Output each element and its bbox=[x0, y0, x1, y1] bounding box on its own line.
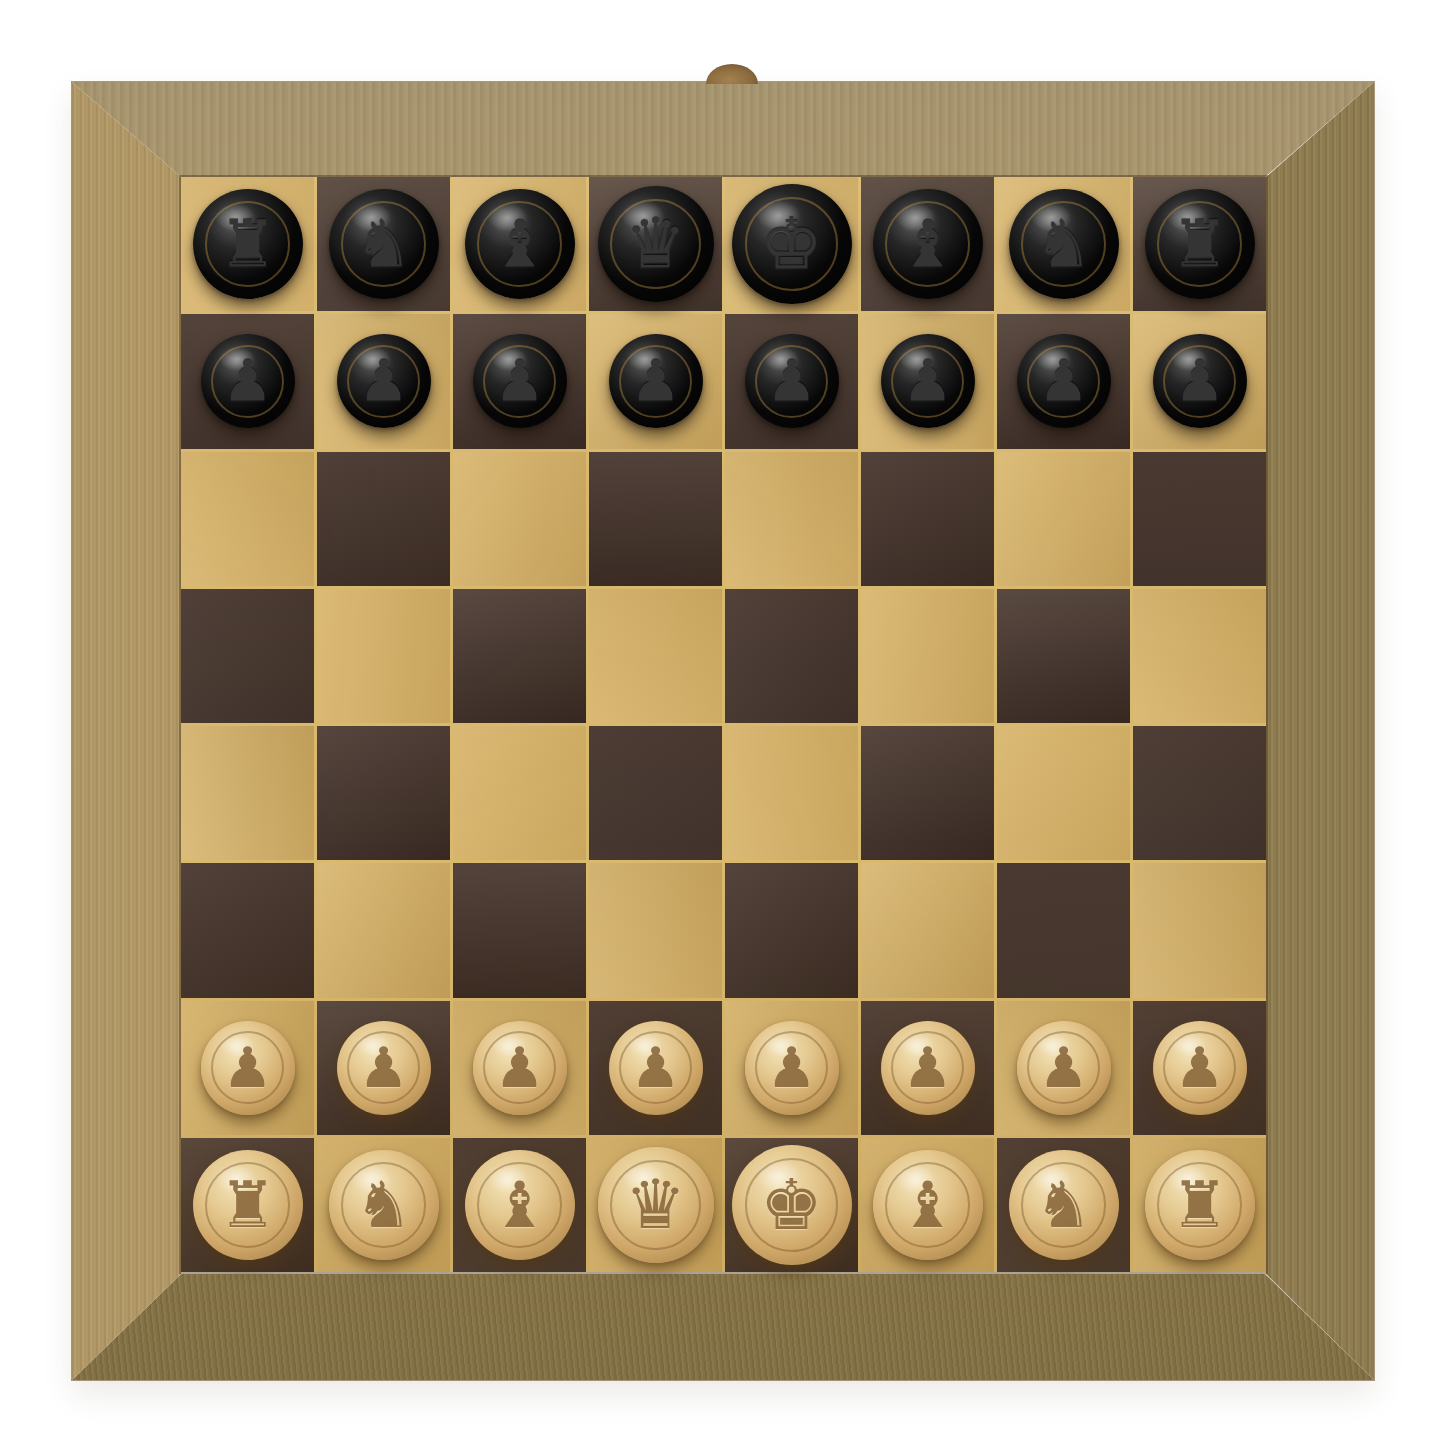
piece-white-knight[interactable]: ♞ bbox=[1009, 1150, 1119, 1260]
piece-white-pawn[interactable]: ♟ bbox=[337, 1021, 431, 1115]
square-c4[interactable] bbox=[453, 726, 586, 860]
square-e3[interactable] bbox=[725, 863, 858, 997]
square-b3[interactable] bbox=[317, 863, 450, 997]
square-f7[interactable]: ♟ bbox=[861, 314, 994, 448]
square-b2[interactable]: ♟ bbox=[317, 1001, 450, 1135]
pawn-glyph: ♟ bbox=[1038, 1040, 1088, 1096]
square-b4[interactable] bbox=[317, 726, 450, 860]
rook-glyph: ♜ bbox=[1171, 1173, 1228, 1237]
square-e5[interactable] bbox=[725, 589, 858, 723]
piece-black-pawn[interactable]: ♟ bbox=[1017, 334, 1111, 428]
pawn-glyph: ♟ bbox=[630, 1040, 680, 1096]
bishop-glyph: ♝ bbox=[491, 212, 548, 276]
piece-white-pawn[interactable]: ♟ bbox=[745, 1021, 839, 1115]
square-g3[interactable] bbox=[997, 863, 1130, 997]
piece-black-king[interactable]: ♚ bbox=[732, 184, 852, 304]
piece-black-rook[interactable]: ♜ bbox=[1145, 189, 1255, 299]
piece-white-pawn[interactable]: ♟ bbox=[881, 1021, 975, 1115]
square-f4[interactable] bbox=[861, 726, 994, 860]
square-h5[interactable] bbox=[1133, 589, 1266, 723]
square-c2[interactable]: ♟ bbox=[453, 1001, 586, 1135]
square-e4[interactable] bbox=[725, 726, 858, 860]
king-glyph: ♚ bbox=[760, 209, 823, 279]
piece-black-knight[interactable]: ♞ bbox=[329, 189, 439, 299]
bishop-glyph: ♝ bbox=[491, 1173, 548, 1237]
knight-glyph: ♞ bbox=[1035, 212, 1092, 276]
square-a6[interactable] bbox=[181, 452, 314, 586]
piece-black-pawn[interactable]: ♟ bbox=[473, 334, 567, 428]
square-a7[interactable]: ♟ bbox=[181, 314, 314, 448]
square-c6[interactable] bbox=[453, 452, 586, 586]
knight-glyph: ♞ bbox=[355, 1173, 412, 1237]
square-f8[interactable]: ♝ bbox=[861, 177, 994, 311]
pawn-glyph: ♟ bbox=[766, 1040, 816, 1096]
piece-black-pawn[interactable]: ♟ bbox=[881, 334, 975, 428]
queen-glyph: ♛ bbox=[625, 210, 686, 278]
square-h3[interactable] bbox=[1133, 863, 1266, 997]
piece-white-pawn[interactable]: ♟ bbox=[201, 1021, 295, 1115]
square-g7[interactable]: ♟ bbox=[997, 314, 1130, 448]
pawn-glyph: ♟ bbox=[1038, 353, 1088, 409]
pawn-glyph: ♟ bbox=[222, 353, 272, 409]
square-e7[interactable]: ♟ bbox=[725, 314, 858, 448]
piece-white-pawn[interactable]: ♟ bbox=[1153, 1021, 1247, 1115]
piece-black-queen[interactable]: ♛ bbox=[598, 186, 714, 302]
rook-glyph: ♜ bbox=[1171, 212, 1228, 276]
square-d4[interactable] bbox=[589, 726, 722, 860]
square-g6[interactable] bbox=[997, 452, 1130, 586]
square-d7[interactable]: ♟ bbox=[589, 314, 722, 448]
square-a1[interactable]: ♜ bbox=[181, 1138, 314, 1272]
piece-black-knight[interactable]: ♞ bbox=[1009, 189, 1119, 299]
square-f3[interactable] bbox=[861, 863, 994, 997]
king-glyph: ♚ bbox=[760, 1170, 823, 1240]
piece-black-pawn[interactable]: ♟ bbox=[1153, 334, 1247, 428]
piece-white-pawn[interactable]: ♟ bbox=[609, 1021, 703, 1115]
square-a2[interactable]: ♟ bbox=[181, 1001, 314, 1135]
piece-white-bishop[interactable]: ♝ bbox=[873, 1150, 983, 1260]
square-e8[interactable]: ♚ bbox=[725, 177, 858, 311]
square-h4[interactable] bbox=[1133, 726, 1266, 860]
photo-background: ♜♞♝♛♚♝♞♜♟♟♟♟♟♟♟♟♟♟♟♟♟♟♟♟♜♞♝♛♚♝♞♜ bbox=[0, 0, 1448, 1448]
piece-black-bishop[interactable]: ♝ bbox=[465, 189, 575, 299]
square-a8[interactable]: ♜ bbox=[181, 177, 314, 311]
square-b1[interactable]: ♞ bbox=[317, 1138, 450, 1272]
square-a5[interactable] bbox=[181, 589, 314, 723]
pawn-glyph: ♟ bbox=[902, 353, 952, 409]
square-f2[interactable]: ♟ bbox=[861, 1001, 994, 1135]
square-g1[interactable]: ♞ bbox=[997, 1138, 1130, 1272]
piece-white-rook[interactable]: ♜ bbox=[193, 1150, 303, 1260]
piece-black-pawn[interactable]: ♟ bbox=[745, 334, 839, 428]
piece-white-bishop[interactable]: ♝ bbox=[465, 1150, 575, 1260]
square-a3[interactable] bbox=[181, 863, 314, 997]
square-b7[interactable]: ♟ bbox=[317, 314, 450, 448]
square-e2[interactable]: ♟ bbox=[725, 1001, 858, 1135]
piece-white-pawn[interactable]: ♟ bbox=[1017, 1021, 1111, 1115]
square-c3[interactable] bbox=[453, 863, 586, 997]
bottom-knob bbox=[684, 1378, 746, 1398]
bishop-glyph: ♝ bbox=[899, 1173, 956, 1237]
bishop-glyph: ♝ bbox=[899, 212, 956, 276]
top-knob bbox=[706, 64, 758, 84]
square-c5[interactable] bbox=[453, 589, 586, 723]
square-g2[interactable]: ♟ bbox=[997, 1001, 1130, 1135]
queen-glyph: ♛ bbox=[625, 1171, 686, 1239]
square-h2[interactable]: ♟ bbox=[1133, 1001, 1266, 1135]
piece-white-king[interactable]: ♚ bbox=[732, 1145, 852, 1265]
pawn-glyph: ♟ bbox=[766, 353, 816, 409]
pawn-glyph: ♟ bbox=[222, 1040, 272, 1096]
pawn-glyph: ♟ bbox=[630, 353, 680, 409]
square-g4[interactable] bbox=[997, 726, 1130, 860]
square-c7[interactable]: ♟ bbox=[453, 314, 586, 448]
pawn-glyph: ♟ bbox=[1174, 1040, 1224, 1096]
rook-glyph: ♜ bbox=[219, 212, 276, 276]
piece-black-bishop[interactable]: ♝ bbox=[873, 189, 983, 299]
square-g5[interactable] bbox=[997, 589, 1130, 723]
square-d2[interactable]: ♟ bbox=[589, 1001, 722, 1135]
square-h8[interactable]: ♜ bbox=[1133, 177, 1266, 311]
square-b6[interactable] bbox=[317, 452, 450, 586]
square-d3[interactable] bbox=[589, 863, 722, 997]
rook-glyph: ♜ bbox=[219, 1173, 276, 1237]
piece-white-queen[interactable]: ♛ bbox=[598, 1147, 714, 1263]
square-b8[interactable]: ♞ bbox=[317, 177, 450, 311]
square-d1[interactable]: ♛ bbox=[589, 1138, 722, 1272]
square-h6[interactable] bbox=[1133, 452, 1266, 586]
square-d8[interactable]: ♛ bbox=[589, 177, 722, 311]
square-h7[interactable]: ♟ bbox=[1133, 314, 1266, 448]
square-f5[interactable] bbox=[861, 589, 994, 723]
square-d5[interactable] bbox=[589, 589, 722, 723]
pawn-glyph: ♟ bbox=[1174, 353, 1224, 409]
piece-black-pawn[interactable]: ♟ bbox=[337, 334, 431, 428]
square-b5[interactable] bbox=[317, 589, 450, 723]
square-a4[interactable] bbox=[181, 726, 314, 860]
pawn-glyph: ♟ bbox=[902, 1040, 952, 1096]
knight-glyph: ♞ bbox=[355, 212, 412, 276]
pawn-glyph: ♟ bbox=[494, 353, 544, 409]
pawn-glyph: ♟ bbox=[358, 353, 408, 409]
square-e1[interactable]: ♚ bbox=[725, 1138, 858, 1272]
square-e6[interactable] bbox=[725, 452, 858, 586]
square-c8[interactable]: ♝ bbox=[453, 177, 586, 311]
pawn-glyph: ♟ bbox=[358, 1040, 408, 1096]
piece-white-rook[interactable]: ♜ bbox=[1145, 1150, 1255, 1260]
square-h1[interactable]: ♜ bbox=[1133, 1138, 1266, 1272]
piece-white-pawn[interactable]: ♟ bbox=[473, 1021, 567, 1115]
piece-black-pawn[interactable]: ♟ bbox=[201, 334, 295, 428]
chess-board: ♜♞♝♛♚♝♞♜♟♟♟♟♟♟♟♟♟♟♟♟♟♟♟♟♜♞♝♛♚♝♞♜ bbox=[181, 177, 1266, 1272]
pawn-glyph: ♟ bbox=[494, 1040, 544, 1096]
piece-white-knight[interactable]: ♞ bbox=[329, 1150, 439, 1260]
piece-black-pawn[interactable]: ♟ bbox=[609, 334, 703, 428]
square-f1[interactable]: ♝ bbox=[861, 1138, 994, 1272]
square-c1[interactable]: ♝ bbox=[453, 1138, 586, 1272]
square-f6[interactable] bbox=[861, 452, 994, 586]
knight-glyph: ♞ bbox=[1035, 1173, 1092, 1237]
square-g8[interactable]: ♞ bbox=[997, 177, 1130, 311]
square-d6[interactable] bbox=[589, 452, 722, 586]
piece-black-rook[interactable]: ♜ bbox=[193, 189, 303, 299]
